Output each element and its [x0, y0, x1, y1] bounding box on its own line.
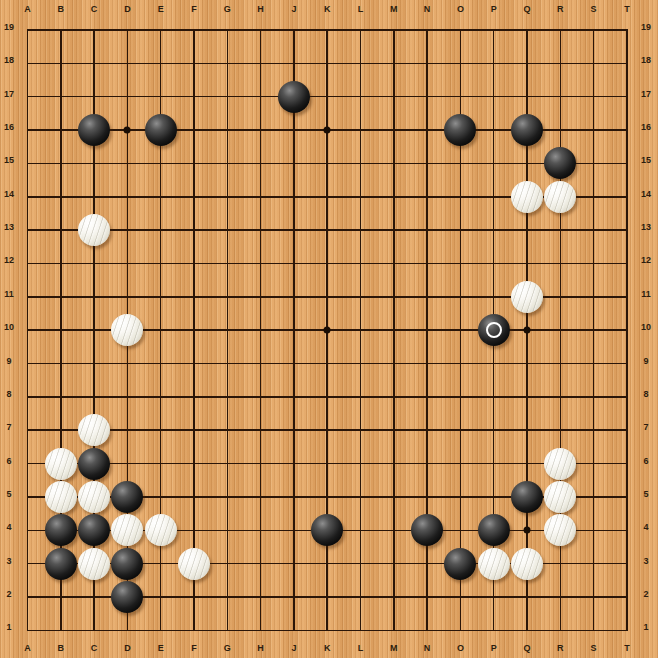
- white-stone: [111, 514, 143, 546]
- column-label-top: E: [158, 4, 164, 14]
- white-stone: [511, 548, 543, 580]
- column-label-top: K: [324, 4, 331, 14]
- last-move-marker: [486, 322, 502, 338]
- white-stone: [111, 314, 143, 346]
- row-label-left: 16: [4, 122, 14, 132]
- grid-line-horizontal: [27, 429, 628, 431]
- column-label-top: C: [91, 4, 98, 14]
- column-label-bottom: B: [58, 643, 65, 653]
- row-label-left: 4: [6, 522, 11, 532]
- row-label-left: 14: [4, 189, 14, 199]
- black-stone: [111, 548, 143, 580]
- row-label-right: 11: [641, 289, 651, 299]
- black-stone: [311, 514, 343, 546]
- white-stone: [544, 514, 576, 546]
- row-label-left: 2: [6, 589, 11, 599]
- column-label-top: B: [58, 4, 65, 14]
- row-label-right: 10: [641, 322, 651, 332]
- row-label-right: 17: [641, 89, 651, 99]
- row-label-left: 8: [6, 389, 11, 399]
- grid-line-horizontal: [27, 396, 628, 398]
- black-stone: [78, 114, 110, 146]
- white-stone: [45, 448, 77, 480]
- column-label-top: Q: [523, 4, 530, 14]
- black-stone: [111, 581, 143, 613]
- column-label-bottom: L: [358, 643, 364, 653]
- black-stone: [78, 514, 110, 546]
- column-label-top: S: [591, 4, 597, 14]
- row-label-right: 9: [643, 356, 648, 366]
- row-label-right: 6: [643, 456, 648, 466]
- star-point: [324, 127, 331, 134]
- black-stone: [478, 514, 510, 546]
- column-label-top: N: [424, 4, 431, 14]
- white-stone: [145, 514, 177, 546]
- row-label-right: 14: [641, 189, 651, 199]
- grid-line-horizontal: [27, 363, 628, 365]
- row-label-left: 13: [4, 222, 14, 232]
- star-point: [524, 327, 531, 334]
- column-label-bottom: O: [457, 643, 464, 653]
- row-label-right: 3: [643, 556, 648, 566]
- row-label-right: 8: [643, 389, 648, 399]
- column-label-top: D: [124, 4, 131, 14]
- column-label-top: R: [557, 4, 564, 14]
- row-label-left: 3: [6, 556, 11, 566]
- grid-line-horizontal: [27, 263, 628, 265]
- black-stone: [544, 147, 576, 179]
- go-board[interactable]: AABBCCDDEEFFGGHHJJKKLLMMNNOOPPQQRRSSTT19…: [0, 0, 658, 658]
- white-stone: [78, 414, 110, 446]
- column-label-bottom: H: [257, 643, 264, 653]
- row-label-left: 19: [4, 22, 14, 32]
- white-stone: [511, 181, 543, 213]
- row-label-right: 2: [643, 589, 648, 599]
- row-label-left: 9: [6, 356, 11, 366]
- grid-line-horizontal: [27, 229, 628, 231]
- column-label-bottom: T: [624, 643, 630, 653]
- column-label-bottom: J: [291, 643, 296, 653]
- row-label-right: 12: [641, 255, 651, 265]
- star-point: [524, 527, 531, 534]
- black-stone: [78, 448, 110, 480]
- black-stone: [45, 514, 77, 546]
- white-stone: [544, 448, 576, 480]
- row-label-left: 15: [4, 155, 14, 165]
- column-label-bottom: Q: [523, 643, 530, 653]
- column-label-top: M: [390, 4, 398, 14]
- column-label-top: P: [491, 4, 497, 14]
- row-label-left: 18: [4, 55, 14, 65]
- black-stone: [111, 481, 143, 513]
- white-stone: [78, 214, 110, 246]
- white-stone: [544, 181, 576, 213]
- grid-line-horizontal: [27, 163, 628, 165]
- star-point: [324, 327, 331, 334]
- column-label-bottom: M: [390, 643, 398, 653]
- grid-line-horizontal: [27, 29, 628, 31]
- column-label-bottom: G: [224, 643, 231, 653]
- black-stone: [411, 514, 443, 546]
- row-label-right: 15: [641, 155, 651, 165]
- column-label-bottom: D: [124, 643, 131, 653]
- black-stone: [278, 81, 310, 113]
- row-label-right: 7: [643, 422, 648, 432]
- column-label-top: J: [291, 4, 296, 14]
- column-label-bottom: S: [591, 643, 597, 653]
- row-label-left: 11: [4, 289, 14, 299]
- row-label-right: 5: [643, 489, 648, 499]
- black-stone: [511, 114, 543, 146]
- black-stone: [145, 114, 177, 146]
- row-label-left: 5: [6, 489, 11, 499]
- white-stone: [178, 548, 210, 580]
- white-stone: [78, 548, 110, 580]
- column-label-top: G: [224, 4, 231, 14]
- row-label-right: 4: [643, 522, 648, 532]
- white-stone: [544, 481, 576, 513]
- column-label-top: A: [24, 4, 31, 14]
- row-label-left: 6: [6, 456, 11, 466]
- black-stone: [444, 114, 476, 146]
- row-label-right: 13: [641, 222, 651, 232]
- grid-line-horizontal: [27, 630, 628, 632]
- row-label-right: 16: [641, 122, 651, 132]
- column-label-bottom: R: [557, 643, 564, 653]
- column-label-top: T: [624, 4, 630, 14]
- white-stone: [78, 481, 110, 513]
- row-label-right: 19: [641, 22, 651, 32]
- column-label-top: F: [191, 4, 197, 14]
- column-label-bottom: P: [491, 643, 497, 653]
- white-stone: [478, 548, 510, 580]
- white-stone: [45, 481, 77, 513]
- row-label-left: 7: [6, 422, 11, 432]
- grid-line-horizontal: [27, 63, 628, 65]
- row-label-left: 1: [6, 622, 11, 632]
- column-label-top: O: [457, 4, 464, 14]
- column-label-top: L: [358, 4, 364, 14]
- grid-line-horizontal: [27, 463, 628, 465]
- column-label-bottom: E: [158, 643, 164, 653]
- row-label-right: 18: [641, 55, 651, 65]
- column-label-bottom: A: [24, 643, 31, 653]
- white-stone: [511, 281, 543, 313]
- column-label-bottom: N: [424, 643, 431, 653]
- black-stone: [511, 481, 543, 513]
- row-label-left: 12: [4, 255, 14, 265]
- star-point: [124, 127, 131, 134]
- column-label-top: H: [257, 4, 264, 14]
- row-label-right: 1: [643, 622, 648, 632]
- column-label-bottom: F: [191, 643, 197, 653]
- column-label-bottom: C: [91, 643, 98, 653]
- row-label-left: 10: [4, 322, 14, 332]
- black-stone: [444, 548, 476, 580]
- black-stone: [45, 548, 77, 580]
- column-label-bottom: K: [324, 643, 331, 653]
- grid-line-horizontal: [27, 96, 628, 98]
- row-label-left: 17: [4, 89, 14, 99]
